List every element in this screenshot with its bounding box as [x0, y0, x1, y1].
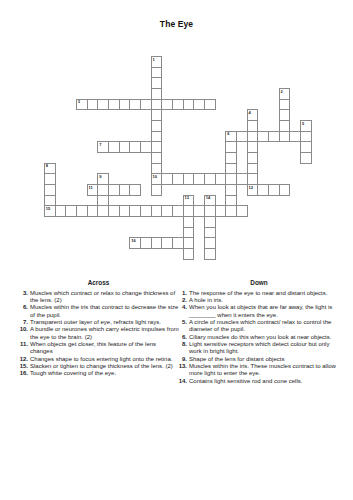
cell-number: 16 [131, 238, 135, 243]
clue-item: 13.Muscles within the iris. These muscle… [176, 363, 342, 378]
clue-number: 10. [17, 326, 30, 333]
clue-item: 6.Muscles within the iris that contract … [17, 304, 180, 319]
clue-number: 3. [17, 290, 30, 297]
clue-number: 6. [17, 304, 30, 311]
clue-number: 7. [17, 319, 30, 326]
clue-number: 6. [176, 334, 189, 341]
clue-number: 8. [176, 341, 189, 348]
grid-cell[interactable] [151, 184, 163, 196]
clue-number: 13. [176, 363, 189, 370]
clue-text: Shape of the lens for distant objects [189, 356, 339, 363]
down-clues-section: Down 1.The response of the eye to near a… [176, 279, 342, 385]
grid-cell[interactable] [300, 152, 312, 164]
clue-item: 12.Changes shape to focus entering light… [17, 356, 180, 363]
clue-text: Tough white covering of the eye. [30, 370, 180, 377]
clue-text: Changes shape to focus entering light on… [30, 356, 180, 363]
clue-number: 1. [176, 290, 189, 297]
page-title: The Eye [0, 19, 353, 29]
grid-cell[interactable] [129, 184, 141, 196]
grid-cell[interactable] [204, 99, 216, 111]
clue-item: 1.The response of the eye to near and di… [176, 290, 342, 297]
clue-number: 4. [176, 304, 189, 311]
cell-number: 8 [46, 163, 48, 168]
clue-item: 3.Muscles which contract or relax to cha… [17, 290, 180, 305]
worksheet-page: The Eye 12345678910111213141516 Across 3… [0, 0, 353, 500]
clue-item: 16.Tough white covering of the eye. [17, 370, 180, 377]
cell-number: 15 [46, 206, 50, 211]
grid-cell[interactable] [236, 205, 248, 217]
cell-number: 7 [99, 142, 101, 147]
clue-text: Muscles within the iris that contract to… [30, 304, 180, 319]
clue-item: 4.When you look at objects that are far … [176, 304, 342, 319]
clue-text: A circle of muscles which contract/ rela… [189, 319, 339, 334]
clue-number: 9. [176, 356, 189, 363]
clue-text: Contains light sensitive rod and cone ce… [189, 378, 339, 385]
clue-number: 16. [17, 370, 30, 377]
clue-number: 2. [176, 297, 189, 304]
across-header: Across [17, 279, 180, 286]
clue-number: 14. [176, 378, 189, 385]
down-clue-list: 1.The response of the eye to near and di… [176, 290, 342, 385]
clue-text: When objects get closer, this feature of… [30, 341, 180, 356]
clue-item: 14.Contains light sensitive rod and cone… [176, 378, 342, 385]
clue-item: 5.A circle of muscles which contract/ re… [176, 319, 342, 334]
clue-number: 12. [17, 356, 30, 363]
grid-cell[interactable] [204, 248, 216, 260]
cell-number: 9 [99, 174, 101, 179]
clue-text: Ciliary muscles do this when you look at… [189, 334, 339, 341]
clue-text: Muscles within the iris. These muscles c… [189, 363, 339, 378]
clue-text: A hole in iris. [189, 297, 339, 304]
clue-text: Muscles which contract or relax to chang… [30, 290, 180, 305]
cell-number: 13 [185, 195, 189, 200]
clue-text: When you look at objects that are far aw… [189, 304, 339, 319]
clue-number: 11. [17, 341, 30, 348]
clue-item: 6.Ciliary muscles do this when you look … [176, 334, 342, 341]
cell-number: 1 [152, 57, 154, 62]
clue-text: Light sensitive receptors which detect c… [189, 341, 339, 356]
cell-number: 11 [88, 185, 92, 190]
clue-item: 10.A bundle or neurones which carry elec… [17, 326, 180, 341]
cell-number: 4 [249, 110, 251, 115]
cell-number: 5 [302, 121, 304, 126]
clue-text: Transparent outer layer of eye, refracts… [30, 319, 180, 326]
down-header: Down [176, 279, 342, 286]
cell-number: 12 [249, 185, 253, 190]
clue-number: 5. [176, 319, 189, 326]
clue-item: 7.Transparent outer layer of eye, refrac… [17, 319, 180, 326]
grid-cell[interactable] [183, 248, 195, 260]
clue-item: 15.Slacken or tighten to change thicknes… [17, 363, 180, 370]
across-clue-list: 3.Muscles which contract or relax to cha… [17, 290, 180, 378]
crossword-grid: 12345678910111213141516 [44, 56, 312, 260]
clue-number: 15. [17, 363, 30, 370]
across-clues-section: Across 3.Muscles which contract or relax… [17, 279, 180, 378]
clue-text: A bundle or neurones which carry electri… [30, 326, 180, 341]
cell-number: 10 [152, 174, 156, 179]
clue-text: Slacken or tighten to change thickness o… [30, 363, 180, 370]
clue-text: The response of the eye to near and dist… [189, 290, 339, 297]
clue-item: 9.Shape of the lens for distant objects [176, 356, 342, 363]
cell-number: 3 [78, 99, 80, 104]
cell-number: 14 [206, 195, 210, 200]
cell-number: 6 [227, 131, 229, 136]
grid-cell[interactable] [279, 184, 291, 196]
cell-number: 2 [281, 89, 283, 94]
clue-item: 8.Light sensitive receptors which detect… [176, 341, 342, 356]
clue-item: 11.When objects get closer, this feature… [17, 341, 180, 356]
clue-item: 2.A hole in iris. [176, 297, 342, 304]
